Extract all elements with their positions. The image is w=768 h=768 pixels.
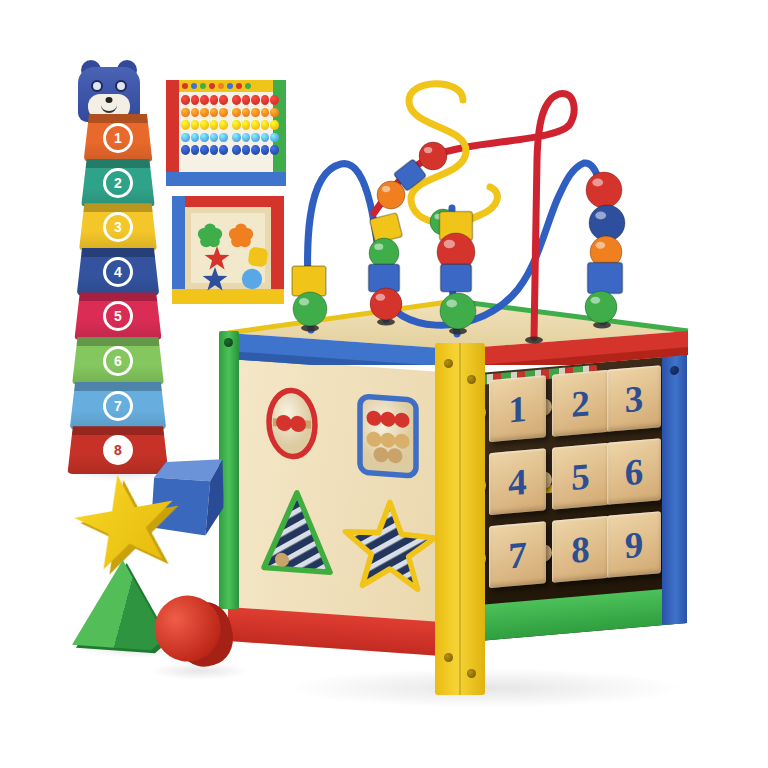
maze-bead-ball — [585, 291, 617, 323]
bead-highlight — [376, 294, 386, 301]
bear-eye-icon — [91, 80, 103, 92]
maze-bead-cube — [588, 263, 623, 294]
bead-highlight — [299, 298, 309, 305]
stacking-cup-4: 4 — [77, 248, 160, 296]
shape-hole-star — [346, 493, 434, 597]
number-block-5: 5 — [552, 443, 609, 510]
maze-bead-ball — [293, 292, 327, 326]
cup-number-badge: 8 — [103, 435, 133, 465]
abacus-bead — [200, 133, 209, 143]
cup-number-badge: 7 — [103, 391, 133, 421]
number-block-4: 4 — [489, 448, 546, 515]
stacking-cup-1: 1 — [84, 114, 153, 162]
abacus-bead — [181, 133, 190, 143]
bead-highlight — [595, 211, 606, 219]
decor-dot — [182, 83, 188, 89]
abacus-bead — [181, 145, 190, 155]
abacus-bead — [200, 120, 209, 130]
cup-number-badge: 5 — [103, 301, 133, 331]
cup-number-badge: 3 — [103, 212, 133, 242]
maze-bead-ball — [586, 172, 622, 208]
screw-icon — [467, 375, 476, 384]
abacus-bead — [200, 95, 209, 105]
product-photo-activity-cube-set: 12345678 123456789 — [0, 0, 768, 768]
cup-number-badge: 4 — [103, 257, 133, 287]
number-block-7: 7 — [489, 521, 546, 588]
stacking-cup-3: 3 — [79, 203, 157, 251]
abacus-bead — [181, 120, 190, 130]
maze-bead-ball — [377, 181, 405, 209]
post-seam — [459, 343, 461, 695]
stacking-cup-5: 5 — [74, 292, 161, 340]
abacus-bead — [191, 95, 200, 105]
bead-highlight — [591, 297, 601, 304]
number-block-9: 9 — [607, 511, 661, 578]
front-corner-post — [435, 343, 485, 695]
abacus-bead — [191, 108, 200, 118]
maze-bead-ball — [419, 142, 447, 170]
shape-hole-triangle — [260, 486, 334, 577]
screw-icon — [467, 669, 476, 678]
stacking-cup-2: 2 — [81, 159, 155, 207]
shape-sorter-face — [228, 357, 456, 657]
decor-dot — [191, 83, 197, 89]
number-block-1: 1 — [489, 375, 546, 442]
bead-highlight — [382, 186, 390, 192]
bead-maze — [215, 45, 715, 365]
abacus-bead — [191, 120, 200, 130]
decor-dot — [200, 83, 206, 89]
shape-hole-circle — [265, 385, 319, 463]
puzzle-frame-left — [172, 196, 185, 289]
screw-icon — [670, 366, 679, 376]
abacus-bead — [200, 108, 209, 118]
shape-hole-square — [357, 393, 419, 479]
number-block-6: 6 — [607, 438, 661, 505]
number-block-8: 8 — [552, 516, 609, 583]
bead-highlight — [596, 242, 606, 249]
abacus-frame-left — [166, 80, 179, 172]
bear-eye-icon — [115, 80, 127, 92]
bear-head-cup — [78, 60, 140, 122]
cup-number-badge: 6 — [103, 346, 133, 376]
screw-icon — [224, 338, 233, 347]
abacus-bead — [181, 108, 190, 118]
maze-bead-ball — [370, 288, 402, 320]
number-block-2: 2 — [552, 370, 609, 437]
maze-bead-ball — [440, 293, 476, 329]
bead-base — [525, 337, 543, 344]
stacking-cup-6: 6 — [72, 337, 164, 385]
maze-bead-ball — [369, 238, 399, 268]
abacus-bead — [200, 145, 209, 155]
screw-icon — [444, 359, 453, 368]
maze-bead-cube — [369, 264, 400, 291]
bear-face — [78, 67, 140, 122]
abacus-bead — [191, 145, 200, 155]
bead-highlight — [444, 240, 455, 248]
cup-number-badge: 1 — [103, 123, 133, 153]
stacking-cup-7: 7 — [70, 382, 167, 430]
bead-highlight — [424, 147, 432, 153]
right-face-corner-post — [662, 355, 687, 625]
bead-highlight — [592, 178, 603, 186]
abacus-bead — [191, 133, 200, 143]
abacus-bead — [181, 95, 190, 105]
maze-bead-cube — [441, 264, 472, 291]
bead-highlight — [374, 243, 383, 250]
maze-bead-cube — [292, 266, 326, 296]
number-block-3: 3 — [607, 365, 661, 432]
cup-number-badge: 2 — [103, 168, 133, 198]
bead-highlight — [446, 299, 457, 307]
number-blocks-face: 123456789 — [457, 355, 687, 643]
screw-icon — [444, 653, 453, 662]
